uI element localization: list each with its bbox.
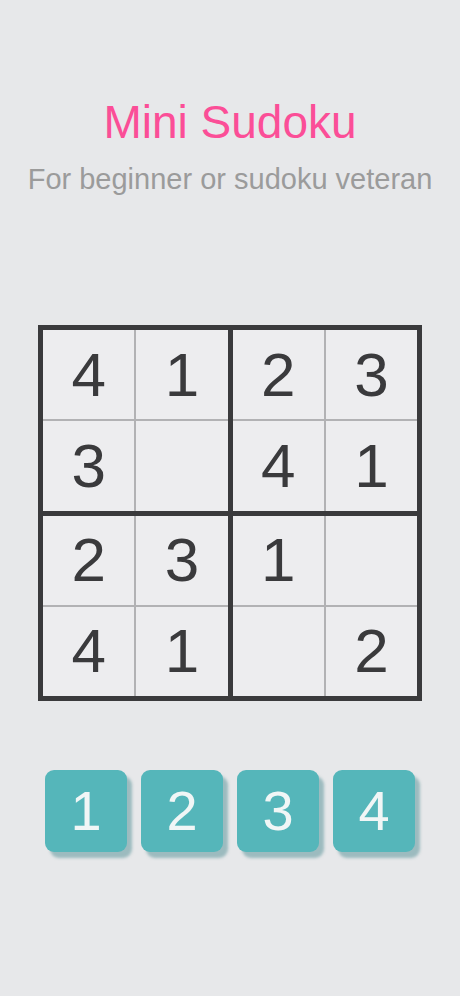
cell-r1c2[interactable]: 1 [136, 330, 227, 419]
page-title: Mini Sudoku [0, 96, 460, 148]
board-box-1: 413 [43, 330, 228, 511]
cell-r4c4[interactable]: 2 [326, 607, 417, 696]
sudoku-board: 4132341234112 [38, 325, 422, 701]
cell-r4c1[interactable]: 4 [43, 607, 134, 696]
cell-r3c3[interactable]: 1 [233, 516, 324, 605]
cell-r2c1[interactable]: 3 [43, 421, 134, 510]
keypad-button-1[interactable]: 1 [45, 770, 127, 852]
cell-r4c3[interactable] [233, 607, 324, 696]
board-box-2: 2341 [233, 330, 418, 511]
cell-r1c1[interactable]: 4 [43, 330, 134, 419]
keypad-button-2[interactable]: 2 [141, 770, 223, 852]
board-box-3: 2341 [43, 516, 228, 697]
number-keypad: 1234 [0, 770, 460, 852]
cell-r3c2[interactable]: 3 [136, 516, 227, 605]
cell-r2c4[interactable]: 1 [326, 421, 417, 510]
cell-r2c3[interactable]: 4 [233, 421, 324, 510]
keypad-button-4[interactable]: 4 [333, 770, 415, 852]
page-subtitle: For beginner or sudoku veteran [0, 162, 460, 196]
app-screen: Mini Sudoku For beginner or sudoku veter… [0, 96, 460, 852]
cell-r4c2[interactable]: 1 [136, 607, 227, 696]
cell-r3c1[interactable]: 2 [43, 516, 134, 605]
cell-r1c4[interactable]: 3 [326, 330, 417, 419]
cell-r2c2[interactable] [136, 421, 227, 510]
keypad-button-3[interactable]: 3 [237, 770, 319, 852]
cell-r1c3[interactable]: 2 [233, 330, 324, 419]
board-box-4: 12 [233, 516, 418, 697]
cell-r3c4[interactable] [326, 516, 417, 605]
